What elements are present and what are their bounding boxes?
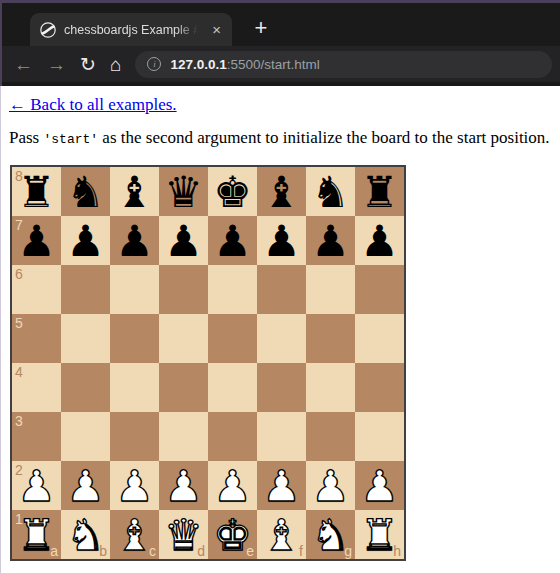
white-knight[interactable]: ♞	[61, 510, 110, 559]
square-g5[interactable]	[306, 314, 355, 363]
square-b1[interactable]: b♞	[61, 510, 110, 559]
square-h6[interactable]	[355, 265, 404, 314]
white-rook[interactable]: ♜	[12, 510, 61, 559]
url-text: 127.0.0.1:5500/start.html	[170, 57, 319, 72]
intro-text: Pass	[9, 128, 43, 147]
browser-window: chessboardjs Example #1001 - St × + ← → …	[0, 0, 560, 573]
square-f6[interactable]	[257, 265, 306, 314]
square-c5[interactable]	[110, 314, 159, 363]
square-c3[interactable]	[110, 412, 159, 461]
square-h1[interactable]: h♜	[355, 510, 404, 559]
white-bishop[interactable]: ♝	[257, 510, 306, 559]
square-a1[interactable]: 1a♜	[12, 510, 61, 559]
square-h4[interactable]	[355, 363, 404, 412]
chessboardjs-favicon	[40, 22, 56, 38]
square-d7[interactable]: ♟	[159, 216, 208, 265]
white-knight[interactable]: ♞	[306, 510, 355, 559]
square-e3[interactable]	[208, 412, 257, 461]
rank-label: 5	[15, 315, 23, 331]
square-d3[interactable]	[159, 412, 208, 461]
new-tab-button[interactable]: +	[246, 13, 276, 43]
square-c2[interactable]: ♟	[110, 461, 159, 510]
black-bishop[interactable]: ♝	[110, 167, 159, 216]
black-pawn[interactable]: ♟	[257, 216, 306, 265]
square-d1[interactable]: d♛	[159, 510, 208, 559]
black-queen[interactable]: ♛	[159, 167, 208, 216]
black-bishop[interactable]: ♝	[257, 167, 306, 216]
home-icon[interactable]: ⌂	[110, 55, 121, 74]
square-h7[interactable]: ♟	[355, 216, 404, 265]
black-rook[interactable]: ♜	[12, 167, 61, 216]
square-h5[interactable]	[355, 314, 404, 363]
square-f5[interactable]	[257, 314, 306, 363]
square-h3[interactable]	[355, 412, 404, 461]
reload-icon[interactable]: ↻	[80, 55, 96, 74]
white-king[interactable]: ♚	[208, 510, 257, 559]
square-h8[interactable]: ♜	[355, 167, 404, 216]
square-b2[interactable]: ♟	[61, 461, 110, 510]
address-bar[interactable]: i 127.0.0.1:5500/start.html	[135, 51, 552, 78]
white-pawn[interactable]: ♟	[355, 461, 404, 510]
square-g8[interactable]: ♞	[306, 167, 355, 216]
square-e5[interactable]	[208, 314, 257, 363]
black-pawn[interactable]: ♟	[306, 216, 355, 265]
forward-icon[interactable]: →	[47, 55, 66, 74]
white-pawn[interactable]: ♟	[61, 461, 110, 510]
square-d8[interactable]: ♛	[159, 167, 208, 216]
white-pawn[interactable]: ♟	[110, 461, 159, 510]
page-content: ← Back to all examples. Pass 'start' as …	[0, 86, 560, 573]
black-pawn[interactable]: ♟	[12, 216, 61, 265]
black-pawn[interactable]: ♟	[208, 216, 257, 265]
tab-bar: chessboardjs Example #1001 - St × +	[0, 3, 560, 46]
black-rook[interactable]: ♜	[355, 167, 404, 216]
tab-close-icon[interactable]: ×	[209, 21, 224, 38]
back-to-examples-link[interactable]: ← Back to all examples.	[9, 95, 177, 115]
square-g3[interactable]	[306, 412, 355, 461]
square-d2[interactable]: ♟	[159, 461, 208, 510]
black-knight[interactable]: ♞	[61, 167, 110, 216]
square-b6[interactable]	[61, 265, 110, 314]
square-d6[interactable]	[159, 265, 208, 314]
square-f8[interactable]: ♝	[257, 167, 306, 216]
black-knight[interactable]: ♞	[306, 167, 355, 216]
square-c8[interactable]: ♝	[110, 167, 159, 216]
square-a8[interactable]: 8♜	[12, 167, 61, 216]
square-c1[interactable]: c♝	[110, 510, 159, 559]
square-f1[interactable]: f♝	[257, 510, 306, 559]
white-bishop[interactable]: ♝	[110, 510, 159, 559]
black-pawn[interactable]: ♟	[110, 216, 159, 265]
intro-paragraph: Pass 'start' as the second argument to i…	[9, 128, 552, 148]
black-pawn[interactable]: ♟	[159, 216, 208, 265]
white-pawn[interactable]: ♟	[12, 461, 61, 510]
square-c7[interactable]: ♟	[110, 216, 159, 265]
square-b4[interactable]	[61, 363, 110, 412]
square-b5[interactable]	[61, 314, 110, 363]
square-e2[interactable]: ♟	[208, 461, 257, 510]
back-icon[interactable]: ←	[14, 55, 33, 74]
square-a6[interactable]: 6	[12, 265, 61, 314]
square-g6[interactable]	[306, 265, 355, 314]
square-a4[interactable]: 4	[12, 363, 61, 412]
white-pawn[interactable]: ♟	[257, 461, 306, 510]
white-queen[interactable]: ♛	[159, 510, 208, 559]
rank-label: 4	[15, 364, 23, 380]
browser-tab[interactable]: chessboardjs Example #1001 - St ×	[30, 13, 232, 46]
square-f3[interactable]	[257, 412, 306, 461]
rank-label: 3	[15, 413, 23, 429]
black-king[interactable]: ♚	[208, 167, 257, 216]
white-pawn[interactable]: ♟	[159, 461, 208, 510]
white-pawn[interactable]: ♟	[306, 461, 355, 510]
square-e6[interactable]	[208, 265, 257, 314]
intro-text-after: as the second argument to initialize the…	[98, 128, 550, 147]
square-b8[interactable]: ♞	[61, 167, 110, 216]
square-c6[interactable]	[110, 265, 159, 314]
square-c4[interactable]	[110, 363, 159, 412]
rank-label: 6	[15, 266, 23, 282]
url-host: 127.0.0.1	[170, 57, 226, 72]
white-rook[interactable]: ♜	[355, 510, 404, 559]
square-f7[interactable]: ♟	[257, 216, 306, 265]
square-e8[interactable]: ♚	[208, 167, 257, 216]
tab-title: chessboardjs Example #1001 - St	[64, 23, 201, 37]
square-d4[interactable]	[159, 363, 208, 412]
square-d5[interactable]	[159, 314, 208, 363]
black-pawn[interactable]: ♟	[355, 216, 404, 265]
square-g1[interactable]: g♞	[306, 510, 355, 559]
square-b7[interactable]: ♟	[61, 216, 110, 265]
square-a3[interactable]: 3	[12, 412, 61, 461]
square-h2[interactable]: ♟	[355, 461, 404, 510]
white-pawn[interactable]: ♟	[208, 461, 257, 510]
square-g2[interactable]: ♟	[306, 461, 355, 510]
url-path: :5500/start.html	[227, 57, 320, 72]
square-g4[interactable]	[306, 363, 355, 412]
black-pawn[interactable]: ♟	[61, 216, 110, 265]
browser-toolbar: ← → ↻ ⌂ i 127.0.0.1:5500/start.html	[0, 46, 560, 82]
square-e1[interactable]: e♚	[208, 510, 257, 559]
square-e4[interactable]	[208, 363, 257, 412]
square-a5[interactable]: 5	[12, 314, 61, 363]
square-g7[interactable]: ♟	[306, 216, 355, 265]
square-e7[interactable]: ♟	[208, 216, 257, 265]
chess-board: 8♜♞♝♛♚♝♞♜7♟♟♟♟♟♟♟♟65432♟♟♟♟♟♟♟♟1a♜b♞c♝d♛…	[10, 165, 406, 561]
square-a7[interactable]: 7♟	[12, 216, 61, 265]
square-f4[interactable]	[257, 363, 306, 412]
site-info-icon[interactable]: i	[147, 57, 161, 71]
square-b3[interactable]	[61, 412, 110, 461]
code-start: 'start'	[43, 132, 98, 147]
square-f2[interactable]: ♟	[257, 461, 306, 510]
square-a2[interactable]: 2♟	[12, 461, 61, 510]
